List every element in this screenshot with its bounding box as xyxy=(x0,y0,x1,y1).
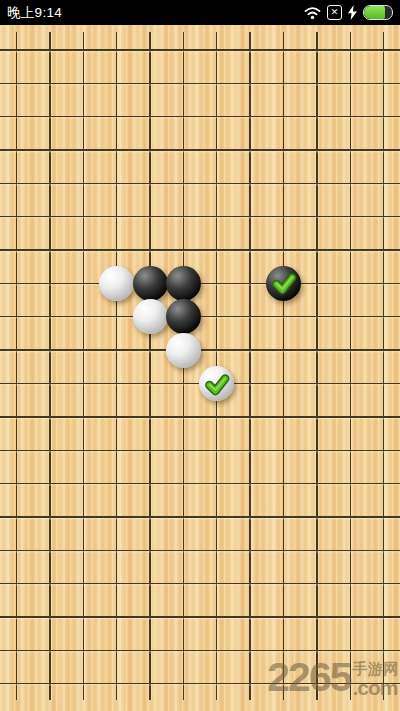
black-stone xyxy=(166,299,201,334)
white-stone xyxy=(133,299,168,334)
status-icons: ✕ xyxy=(304,5,393,20)
grid-hline xyxy=(0,83,400,84)
battery-icon xyxy=(363,5,393,20)
black-stone xyxy=(133,266,168,301)
white-stone xyxy=(99,266,134,301)
status-bar: 晚上9:14 ✕ xyxy=(0,0,400,25)
grid-vline xyxy=(383,32,384,700)
grid-hline xyxy=(0,583,400,584)
grid-vline xyxy=(49,32,50,700)
grid-hline xyxy=(0,149,400,150)
grid-hline xyxy=(0,116,400,117)
grid-vline xyxy=(16,32,17,700)
grid-hline xyxy=(0,416,400,417)
grid-hline xyxy=(0,683,400,684)
grid-hline xyxy=(0,450,400,451)
grid-hline xyxy=(0,650,400,651)
black-stone xyxy=(166,266,201,301)
grid-hline xyxy=(0,550,400,551)
grid-vline xyxy=(116,32,117,700)
confirm-check-icon xyxy=(204,371,230,397)
grid-vline xyxy=(283,32,284,700)
grid-hline xyxy=(0,249,400,250)
grid-vline xyxy=(350,32,351,700)
grid-hline xyxy=(0,49,400,50)
go-board[interactable] xyxy=(0,0,400,711)
confirm-check-icon xyxy=(271,270,297,296)
clock-text: 晚上9:14 xyxy=(7,4,62,22)
white-stone-confirm[interactable] xyxy=(199,366,234,401)
app-screen: 晚上9:14 ✕ 2265 手游网 .com xyxy=(0,0,400,711)
grid-hline xyxy=(0,483,400,484)
grid-vline xyxy=(149,32,150,700)
wifi-icon xyxy=(304,6,321,20)
grid-vline xyxy=(249,32,250,700)
grid-hline xyxy=(0,516,400,517)
white-stone xyxy=(166,333,201,368)
grid-hline xyxy=(0,616,400,617)
grid-vline xyxy=(83,32,84,700)
grid-hline xyxy=(0,183,400,184)
grid-vline xyxy=(316,32,317,700)
black-stone-confirm[interactable] xyxy=(266,266,301,301)
grid-hline xyxy=(0,216,400,217)
no-sim-icon: ✕ xyxy=(327,5,342,20)
charging-icon xyxy=(348,5,357,20)
